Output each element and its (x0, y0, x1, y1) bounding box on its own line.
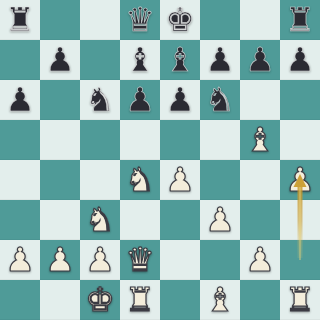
piece-black-pawn[interactable]: ♟ (165, 80, 195, 120)
square-h1[interactable]: ♜ (280, 280, 320, 320)
square-d3[interactable] (120, 200, 160, 240)
square-e7[interactable]: ♝ (160, 40, 200, 80)
square-f2[interactable] (200, 240, 240, 280)
square-c4[interactable] (80, 160, 120, 200)
square-b8[interactable] (40, 0, 80, 40)
piece-white-pawn[interactable]: ♟ (5, 240, 35, 280)
square-a7[interactable] (0, 40, 40, 80)
square-h6[interactable] (280, 80, 320, 120)
piece-black-pawn[interactable]: ♟ (45, 40, 75, 80)
square-f8[interactable] (200, 0, 240, 40)
piece-black-king[interactable]: ♚ (165, 0, 195, 40)
square-e3[interactable] (160, 200, 200, 240)
square-f6[interactable]: ♞ (200, 80, 240, 120)
square-c2[interactable]: ♟ (80, 240, 120, 280)
square-f4[interactable] (200, 160, 240, 200)
square-b6[interactable] (40, 80, 80, 120)
square-e8[interactable]: ♚ (160, 0, 200, 40)
square-a1[interactable] (0, 280, 40, 320)
square-g8[interactable] (240, 0, 280, 40)
piece-black-knight[interactable]: ♞ (205, 80, 235, 120)
piece-black-pawn[interactable]: ♟ (285, 40, 315, 80)
square-e2[interactable] (160, 240, 200, 280)
square-d7[interactable]: ♝ (120, 40, 160, 80)
square-b1[interactable] (40, 280, 80, 320)
piece-white-pawn[interactable]: ♟ (285, 160, 315, 200)
square-h4[interactable]: ♟ (280, 160, 320, 200)
piece-white-queen[interactable]: ♛ (125, 240, 155, 280)
piece-black-pawn[interactable]: ♟ (205, 40, 235, 80)
piece-white-rook[interactable]: ♜ (125, 280, 155, 320)
square-c3[interactable]: ♞ (80, 200, 120, 240)
piece-black-queen[interactable]: ♛ (125, 0, 155, 40)
square-c6[interactable]: ♞ (80, 80, 120, 120)
square-h2[interactable] (280, 240, 320, 280)
piece-white-bishop[interactable]: ♝ (245, 120, 275, 160)
square-f5[interactable] (200, 120, 240, 160)
square-c8[interactable] (80, 0, 120, 40)
square-d1[interactable]: ♜ (120, 280, 160, 320)
square-d4[interactable]: ♞ (120, 160, 160, 200)
square-g3[interactable] (240, 200, 280, 240)
square-e4[interactable]: ♟ (160, 160, 200, 200)
square-e5[interactable] (160, 120, 200, 160)
square-b7[interactable]: ♟ (40, 40, 80, 80)
square-a8[interactable]: ♜ (0, 0, 40, 40)
square-f1[interactable]: ♝ (200, 280, 240, 320)
square-a6[interactable]: ♟ (0, 80, 40, 120)
square-b4[interactable] (40, 160, 80, 200)
chess-board: ♜♛♚♜♟♝♝♟♟♟♟♞♟♟♞♝♞♟♟♞♟♟♟♟♛♟♚♜♝♜ (0, 0, 320, 320)
square-g5[interactable]: ♝ (240, 120, 280, 160)
piece-white-pawn[interactable]: ♟ (45, 240, 75, 280)
piece-white-knight[interactable]: ♞ (85, 200, 115, 240)
square-g2[interactable]: ♟ (240, 240, 280, 280)
piece-black-bishop[interactable]: ♝ (125, 40, 155, 80)
square-c7[interactable] (80, 40, 120, 80)
piece-white-knight[interactable]: ♞ (125, 160, 155, 200)
piece-black-rook[interactable]: ♜ (5, 0, 35, 40)
chess-board-container: ♜♛♚♜♟♝♝♟♟♟♟♞♟♟♞♝♞♟♟♞♟♟♟♟♛♟♚♜♝♜ (0, 0, 320, 320)
piece-black-rook[interactable]: ♜ (285, 0, 315, 40)
square-h3[interactable] (280, 200, 320, 240)
piece-black-knight[interactable]: ♞ (85, 80, 115, 120)
square-b5[interactable] (40, 120, 80, 160)
square-b3[interactable] (40, 200, 80, 240)
square-d8[interactable]: ♛ (120, 0, 160, 40)
square-e1[interactable] (160, 280, 200, 320)
square-g1[interactable] (240, 280, 280, 320)
square-a5[interactable] (0, 120, 40, 160)
square-h7[interactable]: ♟ (280, 40, 320, 80)
square-d5[interactable] (120, 120, 160, 160)
square-a3[interactable] (0, 200, 40, 240)
square-g4[interactable] (240, 160, 280, 200)
square-g6[interactable] (240, 80, 280, 120)
square-f7[interactable]: ♟ (200, 40, 240, 80)
square-h8[interactable]: ♜ (280, 0, 320, 40)
piece-black-pawn[interactable]: ♟ (5, 80, 35, 120)
square-e6[interactable]: ♟ (160, 80, 200, 120)
piece-black-pawn[interactable]: ♟ (125, 80, 155, 120)
square-d6[interactable]: ♟ (120, 80, 160, 120)
square-h5[interactable] (280, 120, 320, 160)
square-d2[interactable]: ♛ (120, 240, 160, 280)
piece-white-pawn[interactable]: ♟ (165, 160, 195, 200)
piece-white-pawn[interactable]: ♟ (85, 240, 115, 280)
piece-white-rook[interactable]: ♜ (285, 280, 315, 320)
square-a2[interactable]: ♟ (0, 240, 40, 280)
square-g7[interactable]: ♟ (240, 40, 280, 80)
piece-black-bishop[interactable]: ♝ (165, 40, 195, 80)
square-c1[interactable]: ♚ (80, 280, 120, 320)
piece-white-bishop[interactable]: ♝ (205, 280, 235, 320)
square-a4[interactable] (0, 160, 40, 200)
piece-white-pawn[interactable]: ♟ (245, 240, 275, 280)
piece-black-pawn[interactable]: ♟ (245, 40, 275, 80)
square-c5[interactable] (80, 120, 120, 160)
piece-white-king[interactable]: ♚ (85, 280, 115, 320)
square-f3[interactable]: ♟ (200, 200, 240, 240)
square-b2[interactable]: ♟ (40, 240, 80, 280)
piece-white-pawn[interactable]: ♟ (205, 200, 235, 240)
